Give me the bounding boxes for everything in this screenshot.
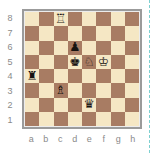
square-c1[interactable] (54, 112, 68, 126)
square-a3[interactable] (25, 83, 39, 97)
square-e5[interactable]: ♘ (82, 55, 96, 69)
square-h4[interactable] (125, 69, 139, 83)
square-g8[interactable] (111, 12, 125, 26)
rank-label-5: 5 (2, 55, 18, 70)
rank-label-4: 4 (2, 69, 18, 84)
square-f1[interactable] (96, 112, 110, 126)
square-f5[interactable]: ♔ (96, 55, 110, 69)
piece-white-king: ♔ (98, 55, 109, 68)
square-b7[interactable] (39, 26, 53, 40)
chess-diagram: 87654321 ♖♟♚♘♔♜♗♛ abcdefgh (0, 0, 153, 153)
square-c3[interactable]: ♗ (54, 83, 68, 97)
square-a6[interactable] (25, 41, 39, 55)
rank-label-3: 3 (2, 84, 18, 99)
square-b8[interactable] (39, 12, 53, 26)
piece-black-pawn: ♟ (69, 41, 80, 54)
square-b1[interactable] (39, 112, 53, 126)
square-h1[interactable] (125, 112, 139, 126)
square-d3[interactable] (68, 83, 82, 97)
square-f3[interactable] (96, 83, 110, 97)
square-b6[interactable] (39, 41, 53, 55)
square-h2[interactable] (125, 98, 139, 112)
square-a1[interactable] (25, 112, 39, 126)
square-c7[interactable] (54, 26, 68, 40)
square-f8[interactable] (96, 12, 110, 26)
square-h8[interactable] (125, 12, 139, 26)
square-g7[interactable] (111, 26, 125, 40)
square-c8[interactable]: ♖ (54, 12, 68, 26)
piece-black-rook: ♜ (27, 69, 38, 82)
file-label-d: d (68, 131, 83, 147)
rank-labels: 87654321 (2, 11, 18, 127)
square-a8[interactable] (25, 12, 39, 26)
chess-board: ♖♟♚♘♔♜♗♛ (25, 12, 139, 126)
square-g3[interactable] (111, 83, 125, 97)
file-labels: abcdefgh (24, 131, 140, 147)
square-b2[interactable] (39, 98, 53, 112)
rank-label-1: 1 (2, 113, 18, 128)
square-c6[interactable] (54, 41, 68, 55)
file-label-f: f (97, 131, 112, 147)
square-g4[interactable] (111, 69, 125, 83)
piece-black-queen: ♛ (84, 98, 95, 111)
square-h3[interactable] (125, 83, 139, 97)
square-g1[interactable] (111, 112, 125, 126)
square-b3[interactable] (39, 83, 53, 97)
square-h5[interactable] (125, 55, 139, 69)
file-label-h: h (126, 131, 141, 147)
square-d2[interactable] (68, 98, 82, 112)
board-frame: ♖♟♚♘♔♜♗♛ (22, 9, 142, 129)
square-h7[interactable] (125, 26, 139, 40)
square-h6[interactable] (125, 41, 139, 55)
rank-label-2: 2 (2, 98, 18, 113)
square-b5[interactable] (39, 55, 53, 69)
square-f4[interactable] (96, 69, 110, 83)
square-g6[interactable] (111, 41, 125, 55)
square-f2[interactable] (96, 98, 110, 112)
square-e7[interactable] (82, 26, 96, 40)
square-d4[interactable] (68, 69, 82, 83)
piece-white-bishop: ♗ (55, 84, 66, 97)
square-g2[interactable] (111, 98, 125, 112)
square-b4[interactable] (39, 69, 53, 83)
selection-marquee-line (149, 0, 150, 153)
square-a4[interactable]: ♜ (25, 69, 39, 83)
file-label-g: g (111, 131, 126, 147)
rank-label-7: 7 (2, 26, 18, 41)
rank-label-6: 6 (2, 40, 18, 55)
square-a2[interactable] (25, 98, 39, 112)
file-label-c: c (53, 131, 68, 147)
square-e1[interactable] (82, 112, 96, 126)
file-label-e: e (82, 131, 97, 147)
square-d1[interactable] (68, 112, 82, 126)
square-f7[interactable] (96, 26, 110, 40)
piece-white-rook: ♖ (55, 12, 66, 25)
file-label-b: b (39, 131, 54, 147)
square-g5[interactable] (111, 55, 125, 69)
rank-label-8: 8 (2, 11, 18, 26)
piece-white-knight: ♘ (84, 55, 95, 68)
square-e2[interactable]: ♛ (82, 98, 96, 112)
square-d5[interactable]: ♚ (68, 55, 82, 69)
file-label-a: a (24, 131, 39, 147)
square-e8[interactable] (82, 12, 96, 26)
square-c2[interactable] (54, 98, 68, 112)
square-e4[interactable] (82, 69, 96, 83)
piece-black-king: ♚ (69, 55, 80, 68)
square-c5[interactable] (54, 55, 68, 69)
square-a7[interactable] (25, 26, 39, 40)
square-d8[interactable] (68, 12, 82, 26)
